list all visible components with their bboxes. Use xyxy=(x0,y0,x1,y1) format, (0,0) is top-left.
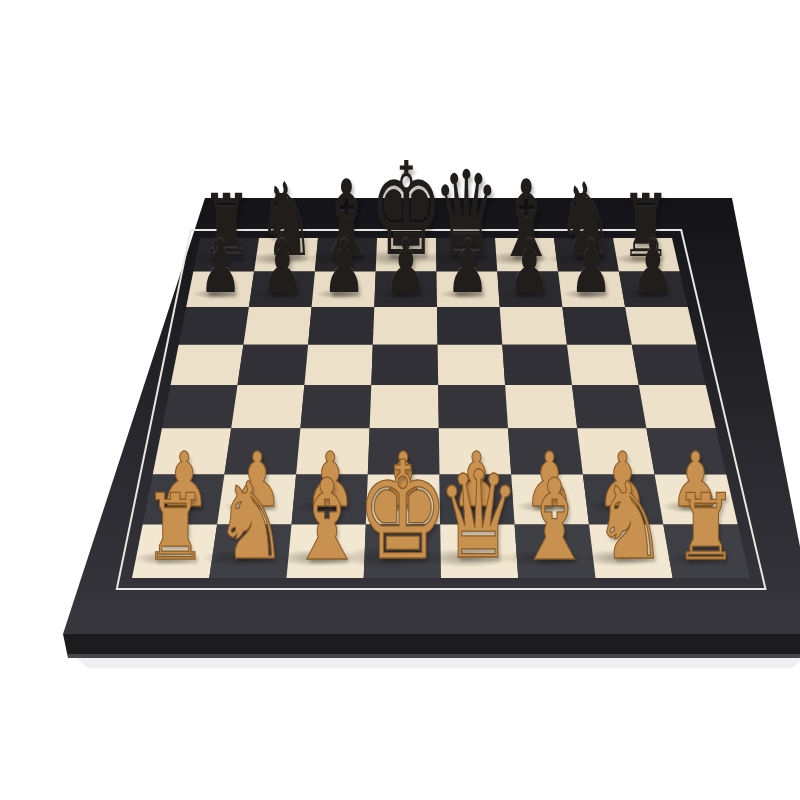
square-f7 xyxy=(497,271,562,307)
square-g1 xyxy=(589,524,673,578)
square-f8 xyxy=(495,238,558,271)
square-b5 xyxy=(238,345,309,385)
square-d7 xyxy=(374,271,437,307)
square-b7 xyxy=(249,271,315,307)
square-c7 xyxy=(312,271,376,307)
square-a5 xyxy=(171,345,244,385)
square-e7 xyxy=(437,271,500,307)
square-c3 xyxy=(296,428,370,474)
square-a3 xyxy=(153,428,232,474)
square-h1 xyxy=(663,524,750,578)
square-h5 xyxy=(632,345,706,385)
square-a6 xyxy=(179,307,249,345)
square-e1 xyxy=(440,524,518,578)
square-c1 xyxy=(287,524,366,578)
square-g7 xyxy=(558,271,625,307)
square-d1 xyxy=(364,524,441,578)
square-h2 xyxy=(655,475,738,525)
square-c8 xyxy=(315,238,377,271)
square-a1 xyxy=(132,524,217,578)
square-g6 xyxy=(562,307,631,345)
square-g2 xyxy=(583,475,663,525)
square-d6 xyxy=(373,307,438,345)
square-e2 xyxy=(440,475,515,525)
square-g5 xyxy=(567,345,639,385)
square-e5 xyxy=(438,345,506,385)
square-e6 xyxy=(437,307,502,345)
square-c2 xyxy=(292,475,368,525)
square-b1 xyxy=(209,524,291,578)
square-a7 xyxy=(186,271,254,307)
square-e4 xyxy=(438,385,508,428)
square-f4 xyxy=(505,385,577,428)
chessboard-photo: chess ♜♞♝♚♛♝♞♜♟♟♟♟♟♟♟♟♟♟♟♟♟♟♟♟♜♞♝♚♛♝♞♜ xyxy=(40,16,800,800)
board-drop-shadow xyxy=(76,658,800,668)
square-d8 xyxy=(376,238,437,271)
square-b6 xyxy=(243,307,311,345)
square-h8 xyxy=(613,238,680,271)
square-h7 xyxy=(619,271,688,307)
square-a2 xyxy=(143,475,225,525)
square-f2 xyxy=(511,475,589,525)
board-edge-lip xyxy=(68,654,800,658)
square-b2 xyxy=(217,475,296,525)
square-h4 xyxy=(639,385,716,428)
square-d4 xyxy=(370,385,439,428)
square-h3 xyxy=(646,428,726,474)
square-h6 xyxy=(625,307,696,345)
square-a4 xyxy=(162,385,238,428)
square-b8 xyxy=(254,238,318,271)
square-c5 xyxy=(304,345,372,385)
square-g8 xyxy=(554,238,619,271)
square-e3 xyxy=(439,428,511,474)
square-c6 xyxy=(308,307,374,345)
square-g3 xyxy=(577,428,654,474)
square-a8 xyxy=(193,238,259,271)
square-e8 xyxy=(436,238,497,271)
square-d2 xyxy=(366,475,440,525)
square-f3 xyxy=(508,428,583,474)
square-f1 xyxy=(515,524,596,578)
square-f6 xyxy=(500,307,567,345)
square-d5 xyxy=(371,345,438,385)
square-f5 xyxy=(502,345,572,385)
square-b3 xyxy=(224,428,300,474)
chess-board xyxy=(40,16,800,800)
square-b4 xyxy=(231,385,304,428)
square-d3 xyxy=(368,428,440,474)
square-c4 xyxy=(300,385,371,428)
square-g4 xyxy=(572,385,646,428)
